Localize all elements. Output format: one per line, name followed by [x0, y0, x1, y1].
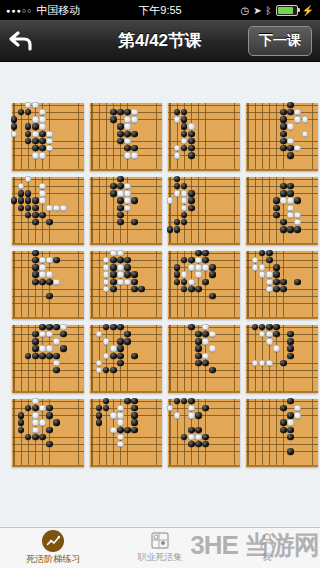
white-stone [46, 345, 53, 352]
black-stone [46, 412, 53, 419]
person-icon [258, 532, 276, 550]
alarm-icon: ◷ [240, 5, 249, 16]
charging-bolt-icon: ⚡ [302, 5, 314, 16]
tab-me[interactable]: 我 [213, 528, 320, 568]
black-stone [124, 264, 131, 271]
black-stone [294, 197, 301, 204]
black-stone [18, 419, 25, 426]
black-stone [287, 427, 294, 434]
white-stone [117, 271, 124, 278]
white-stone [302, 131, 309, 138]
white-stone [174, 116, 181, 123]
black-stone [266, 257, 273, 264]
white-stone [124, 197, 131, 204]
black-stone [188, 131, 195, 138]
white-stone [167, 197, 174, 204]
black-stone [287, 434, 294, 441]
black-stone [195, 286, 202, 293]
board-thumb-19[interactable] [168, 399, 240, 467]
trend-line-circle-icon [42, 530, 64, 552]
black-stone [117, 205, 124, 212]
black-stone [124, 427, 131, 434]
black-stone [195, 345, 202, 352]
black-stone [287, 145, 294, 152]
black-stone [124, 131, 131, 138]
black-stone [131, 405, 138, 412]
black-stone [39, 324, 46, 331]
black-stone [280, 219, 287, 226]
black-stone [117, 345, 124, 352]
black-stone [280, 131, 287, 138]
board-thumb-16[interactable] [246, 325, 318, 393]
black-stone [124, 257, 131, 264]
white-stone [131, 116, 138, 123]
black-stone [188, 197, 195, 204]
white-stone [39, 190, 46, 197]
white-stone [195, 264, 202, 271]
white-stone [39, 345, 46, 352]
white-stone [32, 116, 39, 123]
board-thumb-9[interactable] [12, 251, 84, 319]
black-stone [181, 279, 188, 286]
black-stone [25, 138, 32, 145]
black-stone [124, 271, 131, 278]
black-stone [39, 279, 46, 286]
black-stone [18, 205, 25, 212]
black-stone [11, 123, 18, 130]
black-stone [46, 324, 53, 331]
white-stone [174, 190, 181, 197]
black-stone [287, 226, 294, 233]
black-stone [188, 138, 195, 145]
back-button[interactable] [8, 26, 48, 56]
black-stone [273, 264, 280, 271]
black-stone [117, 131, 124, 138]
board-thumb-8[interactable] [246, 177, 318, 245]
black-stone [181, 109, 188, 116]
white-stone [117, 190, 124, 197]
black-stone [280, 427, 287, 434]
black-stone [117, 360, 124, 367]
black-stone [188, 441, 195, 448]
board-thumb-20[interactable] [246, 399, 318, 467]
black-stone [103, 324, 110, 331]
white-stone [53, 279, 60, 286]
black-stone [103, 405, 110, 412]
white-stone [32, 427, 39, 434]
black-stone [131, 398, 138, 405]
black-stone [174, 183, 181, 190]
black-stone [131, 286, 138, 293]
nav-bar: 第4/42节课 下一课 [0, 20, 320, 62]
black-stone [32, 271, 39, 278]
black-stone [202, 257, 209, 264]
black-stone [131, 427, 138, 434]
white-stone [103, 338, 110, 345]
black-stone [110, 324, 117, 331]
black-stone [287, 331, 294, 338]
black-stone [32, 197, 39, 204]
black-stone [25, 190, 32, 197]
white-stone [124, 205, 131, 212]
black-stone [280, 116, 287, 123]
black-stone [188, 324, 195, 331]
black-stone [202, 360, 209, 367]
white-stone [252, 264, 259, 271]
black-stone [188, 152, 195, 159]
black-stone [188, 145, 195, 152]
black-stone [280, 419, 287, 426]
white-stone [39, 271, 46, 278]
black-stone [209, 264, 216, 271]
tab-label: 职业死活集 [138, 551, 183, 564]
board-thumb-11[interactable] [168, 251, 240, 319]
white-stone [96, 331, 103, 338]
black-stone [110, 286, 117, 293]
black-stone [280, 360, 287, 367]
white-stone [39, 419, 46, 426]
white-stone [202, 264, 209, 271]
white-stone [202, 324, 209, 331]
tab-label: 死活阶梯练习 [26, 553, 80, 566]
black-stone [53, 257, 60, 264]
black-stone [174, 219, 181, 226]
black-stone [195, 353, 202, 360]
white-stone [287, 205, 294, 212]
black-stone [32, 345, 39, 352]
white-stone [188, 434, 195, 441]
black-stone [287, 102, 294, 109]
white-stone [287, 419, 294, 426]
white-stone [18, 183, 25, 190]
black-stone [117, 219, 124, 226]
white-stone [266, 279, 273, 286]
white-stone [46, 271, 53, 278]
white-stone [25, 176, 32, 183]
white-stone [110, 345, 117, 352]
black-stone [46, 441, 53, 448]
board-thumb-6[interactable] [90, 177, 162, 245]
black-stone [174, 398, 181, 405]
board-thumb-7[interactable] [168, 177, 240, 245]
black-stone [188, 286, 195, 293]
white-stone [259, 360, 266, 367]
black-stone [273, 324, 280, 331]
white-stone [60, 205, 67, 212]
black-stone [25, 109, 32, 116]
white-stone [117, 441, 124, 448]
white-stone [103, 264, 110, 271]
white-stone [103, 271, 110, 278]
black-stone [287, 152, 294, 159]
white-stone [174, 145, 181, 152]
black-stone [181, 434, 188, 441]
black-stone [11, 116, 18, 123]
black-stone [32, 219, 39, 226]
black-stone [167, 226, 174, 233]
signal-strength-icon: ●●●○○ [6, 7, 32, 14]
white-stone [181, 271, 188, 278]
black-stone [18, 427, 25, 434]
white-stone [181, 205, 188, 212]
black-stone [18, 190, 25, 197]
black-stone [188, 205, 195, 212]
black-stone [117, 353, 124, 360]
black-stone [188, 190, 195, 197]
white-stone [117, 434, 124, 441]
white-stone [39, 152, 46, 159]
board-thumb-4[interactable] [246, 103, 318, 171]
black-stone [131, 412, 138, 419]
white-stone [266, 286, 273, 293]
board-thumb-13[interactable] [12, 325, 84, 393]
white-stone [174, 152, 181, 159]
black-stone [32, 338, 39, 345]
black-stone [46, 427, 53, 434]
black-stone [287, 183, 294, 190]
board-thumb-12[interactable] [246, 251, 318, 319]
black-stone [195, 338, 202, 345]
black-stone [131, 197, 138, 204]
board-thumb-2[interactable] [90, 103, 162, 171]
black-stone [25, 405, 32, 412]
black-stone [18, 197, 25, 204]
black-stone [46, 405, 53, 412]
black-stone [110, 257, 117, 264]
white-stone [294, 116, 301, 123]
black-stone [39, 131, 46, 138]
white-stone [39, 123, 46, 130]
lesson-content [0, 63, 320, 528]
back-arrow-icon [8, 29, 34, 53]
black-stone [181, 398, 188, 405]
black-stone [287, 345, 294, 352]
board-thumb-18[interactable] [90, 399, 162, 467]
board-thumb-3[interactable] [168, 103, 240, 171]
black-stone [110, 109, 117, 116]
white-stone [294, 212, 301, 219]
black-stone [32, 353, 39, 360]
black-stone [96, 419, 103, 426]
white-stone [266, 360, 273, 367]
black-stone [209, 293, 216, 300]
black-stone [280, 279, 287, 286]
white-stone [103, 286, 110, 293]
mini-board-icon [150, 532, 170, 550]
black-stone [195, 427, 202, 434]
white-stone [287, 212, 294, 219]
white-stone [25, 102, 32, 109]
black-stone [53, 419, 60, 426]
board-grid [0, 63, 320, 465]
black-stone [39, 212, 46, 219]
white-stone [53, 205, 60, 212]
black-stone [294, 226, 301, 233]
black-stone [188, 257, 195, 264]
white-stone [11, 131, 18, 138]
white-stone [287, 138, 294, 145]
black-stone [131, 131, 138, 138]
black-stone [46, 353, 53, 360]
black-stone [181, 286, 188, 293]
white-stone [124, 138, 131, 145]
board-thumb-14[interactable] [90, 325, 162, 393]
white-stone [124, 123, 131, 130]
board-thumb-10[interactable] [90, 251, 162, 319]
white-stone [124, 152, 131, 159]
tab-ladder-practice[interactable]: 死活阶梯练习 [0, 528, 107, 568]
white-stone [202, 353, 209, 360]
black-stone [32, 405, 39, 412]
carrier-label: 中国移动 [36, 3, 80, 18]
white-stone [252, 360, 259, 367]
white-stone [294, 219, 301, 226]
black-stone [287, 448, 294, 455]
white-stone [124, 190, 131, 197]
white-stone [294, 109, 301, 116]
black-stone [280, 286, 287, 293]
next-lesson-button[interactable]: 下一课 [248, 26, 312, 56]
white-stone [209, 331, 216, 338]
white-stone [96, 367, 103, 374]
black-stone [174, 279, 181, 286]
white-stone [124, 183, 131, 190]
white-stone [266, 338, 273, 345]
black-stone [32, 279, 39, 286]
black-stone [117, 212, 124, 219]
black-stone [202, 405, 209, 412]
white-stone [252, 257, 259, 264]
black-stone [266, 324, 273, 331]
black-stone [273, 271, 280, 278]
black-stone [39, 353, 46, 360]
black-stone [209, 271, 216, 278]
black-stone [202, 331, 209, 338]
black-stone [110, 183, 117, 190]
black-stone [25, 205, 32, 212]
white-stone [117, 405, 124, 412]
battery-icon [276, 5, 298, 16]
white-stone [46, 331, 53, 338]
white-stone [294, 405, 301, 412]
black-stone [259, 250, 266, 257]
white-stone [46, 138, 53, 145]
black-stone [181, 145, 188, 152]
board-thumb-1[interactable] [12, 103, 84, 171]
black-stone [280, 123, 287, 130]
black-stone [287, 338, 294, 345]
black-stone [117, 176, 124, 183]
white-stone [188, 264, 195, 271]
black-stone [174, 109, 181, 116]
black-stone [32, 145, 39, 152]
black-stone [11, 197, 18, 204]
black-stone [195, 441, 202, 448]
white-stone [195, 271, 202, 278]
black-stone [273, 212, 280, 219]
white-stone [39, 257, 46, 264]
black-stone [181, 131, 188, 138]
white-stone [117, 279, 124, 286]
black-stone [117, 427, 124, 434]
black-stone [117, 324, 124, 331]
black-stone [117, 197, 124, 204]
black-stone [287, 190, 294, 197]
white-stone [103, 353, 110, 360]
black-stone [273, 331, 280, 338]
black-stone [32, 212, 39, 219]
board-thumb-17[interactable] [12, 399, 84, 467]
tab-bar: 死活阶梯练习 职业死活集 我 [0, 527, 320, 568]
white-stone [202, 338, 209, 345]
white-stone [181, 138, 188, 145]
white-stone [32, 102, 39, 109]
white-stone [117, 264, 124, 271]
black-stone [32, 331, 39, 338]
black-stone [181, 123, 188, 130]
black-stone [294, 279, 301, 286]
black-stone [202, 434, 209, 441]
board-thumb-15[interactable] [168, 325, 240, 393]
black-stone [195, 250, 202, 257]
black-stone [117, 338, 124, 345]
black-stone [280, 405, 287, 412]
black-stone [18, 412, 25, 419]
black-stone [110, 190, 117, 197]
white-stone [110, 412, 117, 419]
black-stone [96, 412, 103, 419]
black-stone [181, 219, 188, 226]
black-stone [32, 264, 39, 271]
black-stone [287, 398, 294, 405]
white-stone [39, 183, 46, 190]
black-stone [124, 331, 131, 338]
white-stone [195, 257, 202, 264]
white-stone [188, 279, 195, 286]
black-stone [195, 360, 202, 367]
black-stone [124, 338, 131, 345]
white-stone [294, 145, 301, 152]
black-stone [53, 367, 60, 374]
board-thumb-5[interactable] [12, 177, 84, 245]
white-stone [266, 271, 273, 278]
white-stone [131, 109, 138, 116]
black-stone [32, 123, 39, 130]
white-stone [117, 250, 124, 257]
black-stone [117, 109, 124, 116]
location-arrow-icon: ➤ [253, 5, 261, 16]
black-stone [266, 250, 273, 257]
white-stone [39, 116, 46, 123]
black-stone [96, 405, 103, 412]
tab-pro-problems[interactable]: 职业死活集 [107, 528, 214, 568]
white-stone [53, 338, 60, 345]
white-stone [32, 412, 39, 419]
white-stone [131, 152, 138, 159]
black-stone [25, 434, 32, 441]
black-stone [60, 331, 67, 338]
white-stone [32, 419, 39, 426]
white-stone [46, 145, 53, 152]
black-stone [280, 109, 287, 116]
white-stone [259, 331, 266, 338]
black-stone [273, 205, 280, 212]
black-stone [202, 250, 209, 257]
black-stone [53, 324, 60, 331]
black-stone [124, 145, 131, 152]
black-stone [181, 183, 188, 190]
black-stone [280, 183, 287, 190]
